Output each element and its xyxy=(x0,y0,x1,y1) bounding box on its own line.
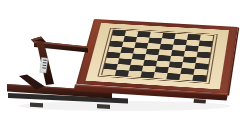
chess-board-grid xyxy=(101,30,214,82)
board-frame xyxy=(76,19,238,94)
product-photo xyxy=(0,0,240,132)
floor-strip xyxy=(8,93,128,104)
leg-finial-highlight xyxy=(31,37,43,42)
leg-top-rail xyxy=(34,41,88,53)
square-h1 xyxy=(192,75,206,82)
leg-top-rail-highlight xyxy=(34,41,88,48)
square-g1 xyxy=(179,74,193,81)
chess-table-board xyxy=(76,19,238,94)
floor-shadow xyxy=(19,101,231,111)
board-border xyxy=(86,23,229,89)
foot-left xyxy=(30,103,43,108)
leg-finial xyxy=(31,37,47,46)
leg-bottom-brace xyxy=(19,75,45,90)
leg-sticker-print xyxy=(42,60,47,68)
leg-sticker xyxy=(40,58,48,74)
leg-base-rail xyxy=(7,84,112,99)
foot-middle xyxy=(97,104,110,109)
leg-stile xyxy=(37,42,55,86)
foot-right xyxy=(194,99,207,104)
